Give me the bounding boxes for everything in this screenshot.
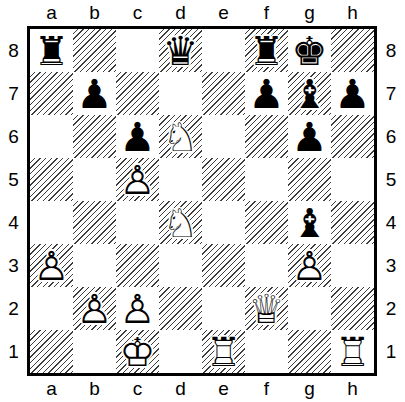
board-middle-row: 87654321 ♜♛♜♚♟♟♝♟♟♞♘♟♟♙♞♘♝♟♙♟♙♟♙♟♙♛♕♚♔♜♖… (0, 26, 405, 376)
white-piece-outline: ♙ (73, 287, 116, 330)
black-piece-glyph: ♟ (288, 115, 331, 158)
square-b8[interactable] (73, 29, 116, 72)
file-label-b: b (73, 376, 116, 402)
square-f4[interactable] (245, 201, 288, 244)
file-label-e: e (202, 376, 245, 402)
square-d2[interactable] (159, 287, 202, 330)
file-label-b: b (73, 0, 116, 26)
square-b4[interactable] (73, 201, 116, 244)
white-rook: ♜♖ (202, 330, 245, 373)
rank-label-3: 3 (0, 244, 27, 287)
rank-labels-left: 87654321 (0, 26, 27, 376)
square-h7[interactable]: ♟ (331, 72, 374, 115)
square-d6[interactable]: ♞♘ (159, 115, 202, 158)
square-b3[interactable] (73, 244, 116, 287)
rank-label-4: 4 (0, 201, 27, 244)
square-e1[interactable]: ♜♖ (202, 330, 245, 373)
square-g3[interactable]: ♟♙ (288, 244, 331, 287)
rank-label-5: 5 (377, 158, 405, 201)
square-a2[interactable] (30, 287, 73, 330)
white-queen: ♛♕ (245, 287, 288, 330)
square-g2[interactable] (288, 287, 331, 330)
black-piece-glyph: ♟ (116, 115, 159, 158)
square-f3[interactable] (245, 244, 288, 287)
rank-label-3: 3 (377, 244, 405, 287)
black-bishop: ♝ (288, 201, 331, 244)
black-piece-glyph: ♛ (159, 29, 202, 72)
black-piece-glyph: ♟ (331, 72, 374, 115)
square-b6[interactable] (73, 115, 116, 158)
black-rook: ♜ (30, 29, 73, 72)
black-piece-glyph: ♝ (288, 72, 331, 115)
file-label-a: a (30, 0, 73, 26)
rank-labels-right: 87654321 (377, 26, 405, 376)
file-label-a: a (30, 376, 73, 402)
square-d1[interactable] (159, 330, 202, 373)
black-piece-glyph: ♜ (245, 29, 288, 72)
square-e3[interactable] (202, 244, 245, 287)
black-bishop: ♝ (288, 72, 331, 115)
black-piece-glyph: ♟ (73, 72, 116, 115)
black-rook: ♜ (245, 29, 288, 72)
square-f2[interactable]: ♛♕ (245, 287, 288, 330)
square-d8[interactable]: ♛ (159, 29, 202, 72)
white-pawn: ♟♙ (116, 158, 159, 201)
square-g6[interactable]: ♟ (288, 115, 331, 158)
black-queen: ♛ (159, 29, 202, 72)
black-piece-glyph: ♝ (288, 201, 331, 244)
white-rook: ♜♖ (331, 330, 374, 373)
square-h3[interactable] (331, 244, 374, 287)
square-c3[interactable] (116, 244, 159, 287)
file-label-g: g (288, 376, 331, 402)
black-piece-glyph: ♜ (30, 29, 73, 72)
rank-label-5: 5 (0, 158, 27, 201)
square-e5[interactable] (202, 158, 245, 201)
square-a7[interactable] (30, 72, 73, 115)
square-h2[interactable] (331, 287, 374, 330)
file-label-d: d (159, 0, 202, 26)
square-b5[interactable] (73, 158, 116, 201)
white-knight: ♞♘ (159, 201, 202, 244)
square-a8[interactable]: ♜ (30, 29, 73, 72)
square-f5[interactable] (245, 158, 288, 201)
square-a5[interactable] (30, 158, 73, 201)
rank-label-2: 2 (0, 287, 27, 330)
square-f6[interactable] (245, 115, 288, 158)
black-pawn: ♟ (288, 115, 331, 158)
rank-label-6: 6 (0, 115, 27, 158)
square-f1[interactable] (245, 330, 288, 373)
square-g7[interactable]: ♝ (288, 72, 331, 115)
square-h6[interactable] (331, 115, 374, 158)
white-piece-outline: ♙ (116, 158, 159, 201)
square-c5[interactable]: ♟♙ (116, 158, 159, 201)
square-f7[interactable]: ♟ (245, 72, 288, 115)
white-piece-outline: ♘ (159, 201, 202, 244)
rank-label-1: 1 (0, 330, 27, 373)
square-d3[interactable] (159, 244, 202, 287)
square-a3[interactable]: ♟♙ (30, 244, 73, 287)
file-label-d: d (159, 376, 202, 402)
rank-label-2: 2 (377, 287, 405, 330)
white-knight: ♞♘ (159, 115, 202, 158)
square-f8[interactable]: ♜ (245, 29, 288, 72)
rank-label-7: 7 (0, 72, 27, 115)
square-h4[interactable] (331, 201, 374, 244)
file-label-f: f (245, 0, 288, 26)
square-g4[interactable]: ♝ (288, 201, 331, 244)
white-piece-outline: ♖ (202, 330, 245, 373)
square-c8[interactable] (116, 29, 159, 72)
white-piece-outline: ♙ (116, 287, 159, 330)
square-g1[interactable] (288, 330, 331, 373)
file-label-h: h (331, 0, 374, 26)
file-label-c: c (116, 376, 159, 402)
file-label-h: h (331, 376, 374, 402)
square-e2[interactable] (202, 287, 245, 330)
square-d7[interactable] (159, 72, 202, 115)
square-b7[interactable]: ♟ (73, 72, 116, 115)
rank-label-8: 8 (377, 29, 405, 72)
white-piece-outline: ♙ (30, 244, 73, 287)
file-label-c: c (116, 0, 159, 26)
square-c2[interactable]: ♟♙ (116, 287, 159, 330)
file-labels-bottom: abcdefgh (30, 376, 405, 402)
square-d4[interactable]: ♞♘ (159, 201, 202, 244)
white-piece-outline: ♔ (116, 330, 159, 373)
white-piece-outline: ♖ (331, 330, 374, 373)
rank-label-1: 1 (377, 330, 405, 373)
black-pawn: ♟ (116, 115, 159, 158)
white-pawn: ♟♙ (73, 287, 116, 330)
file-labels-top: abcdefgh (30, 0, 405, 26)
white-piece-outline: ♕ (245, 287, 288, 330)
file-label-g: g (288, 0, 331, 26)
rank-label-8: 8 (0, 29, 27, 72)
black-pawn: ♟ (73, 72, 116, 115)
square-b1[interactable] (73, 330, 116, 373)
chess-board: ♜♛♜♚♟♟♝♟♟♞♘♟♟♙♞♘♝♟♙♟♙♟♙♟♙♛♕♚♔♜♖♜♖ (27, 26, 377, 376)
square-g8[interactable]: ♚ (288, 29, 331, 72)
square-e8[interactable] (202, 29, 245, 72)
rank-label-7: 7 (377, 72, 405, 115)
white-pawn: ♟♙ (30, 244, 73, 287)
white-piece-outline: ♙ (288, 244, 331, 287)
black-piece-glyph: ♟ (245, 72, 288, 115)
square-h8[interactable] (331, 29, 374, 72)
file-label-f: f (245, 376, 288, 402)
square-c7[interactable] (116, 72, 159, 115)
black-pawn: ♟ (245, 72, 288, 115)
square-h5[interactable] (331, 158, 374, 201)
square-a6[interactable] (30, 115, 73, 158)
square-e4[interactable] (202, 201, 245, 244)
black-piece-glyph: ♚ (288, 29, 331, 72)
white-pawn: ♟♙ (288, 244, 331, 287)
square-c1[interactable]: ♚♔ (116, 330, 159, 373)
white-piece-outline: ♘ (159, 115, 202, 158)
square-g5[interactable] (288, 158, 331, 201)
white-pawn: ♟♙ (116, 287, 159, 330)
square-h1[interactable]: ♜♖ (331, 330, 374, 373)
black-pawn: ♟ (331, 72, 374, 115)
chess-diagram: abcdefgh 87654321 ♜♛♜♚♟♟♝♟♟♞♘♟♟♙♞♘♝♟♙♟♙♟… (0, 0, 405, 402)
square-b2[interactable]: ♟♙ (73, 287, 116, 330)
white-king: ♚♔ (116, 330, 159, 373)
square-d5[interactable] (159, 158, 202, 201)
square-c6[interactable]: ♟ (116, 115, 159, 158)
square-a1[interactable] (30, 330, 73, 373)
square-c4[interactable] (116, 201, 159, 244)
file-label-e: e (202, 0, 245, 26)
square-a4[interactable] (30, 201, 73, 244)
square-e6[interactable] (202, 115, 245, 158)
square-e7[interactable] (202, 72, 245, 115)
black-king: ♚ (288, 29, 331, 72)
rank-label-6: 6 (377, 115, 405, 158)
rank-label-4: 4 (377, 201, 405, 244)
